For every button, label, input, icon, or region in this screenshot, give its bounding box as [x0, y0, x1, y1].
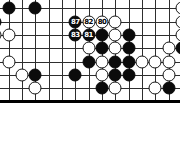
stone [0, 15, 2, 28]
stone [95, 68, 108, 81]
numbered-stone: 81 [82, 28, 95, 41]
move-number-label: 81 [84, 31, 93, 38]
stone [109, 42, 122, 55]
stone [29, 68, 42, 81]
stone [175, 28, 180, 41]
stone [109, 82, 122, 95]
stone [149, 82, 162, 95]
go-board: 8782808381 [0, 0, 180, 154]
grid-line-horizontal [0, 8, 180, 9]
stone [162, 55, 175, 68]
stone [122, 28, 135, 41]
stone [122, 68, 135, 81]
move-number-label: 83 [71, 31, 80, 38]
stone [82, 42, 95, 55]
stone [95, 42, 108, 55]
stone [69, 68, 82, 81]
numbered-stone: 80 [95, 15, 108, 28]
stone [109, 28, 122, 41]
numbered-stone: 83 [69, 28, 82, 41]
stone [162, 42, 175, 55]
stone [175, 2, 180, 15]
stone [95, 28, 108, 41]
stone [95, 55, 108, 68]
stone [2, 28, 15, 41]
stone [29, 2, 42, 15]
numbered-stone: 87 [69, 15, 82, 28]
move-number-label: 82 [84, 18, 93, 25]
stone [82, 55, 95, 68]
stone [2, 55, 15, 68]
stone [162, 82, 175, 95]
move-number-label: 80 [98, 18, 107, 25]
stone [29, 82, 42, 95]
numbered-stone: 82 [82, 15, 95, 28]
stone [2, 2, 15, 15]
stone [109, 68, 122, 81]
stone [122, 42, 135, 55]
move-number-label: 87 [71, 18, 80, 25]
stone [175, 15, 180, 28]
stone [135, 55, 148, 68]
stone [122, 55, 135, 68]
stone [109, 15, 122, 28]
stone [162, 68, 175, 81]
stone [15, 68, 28, 81]
stone [175, 42, 180, 55]
stone [149, 55, 162, 68]
board-bottom-edge-line [0, 100, 180, 103]
stone [95, 82, 108, 95]
stone [109, 55, 122, 68]
go-diagram: 8782808381 [0, 0, 180, 154]
